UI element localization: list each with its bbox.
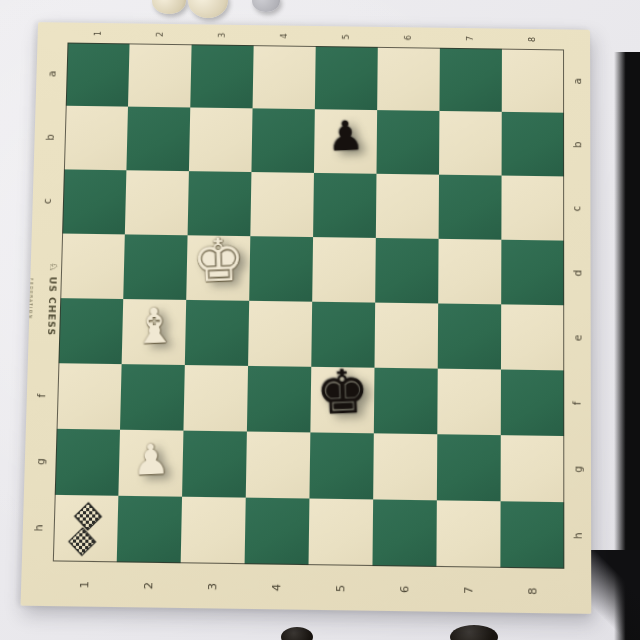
top-label-rank-3: 3 (192, 24, 254, 45)
board-border-corner (21, 561, 53, 606)
square-d2[interactable] (123, 234, 187, 300)
bottom-label-rank-5: 5 (308, 565, 373, 611)
square-a1[interactable] (66, 43, 130, 107)
board-border-corner (37, 22, 68, 42)
board-grid: 12345678aab♟bcc♚d♝ef♚fg♟ghh12345678 (21, 22, 592, 614)
square-a8[interactable] (502, 49, 564, 113)
top-label-rank-2: 2 (130, 23, 192, 44)
square-d5[interactable] (312, 237, 376, 303)
square-f3[interactable] (183, 365, 248, 431)
right-label-file-a: a (564, 49, 590, 113)
square-f8[interactable] (501, 370, 564, 437)
square-b5[interactable]: ♟ (314, 109, 377, 174)
square-g8[interactable] (501, 435, 565, 502)
square-g5[interactable] (309, 432, 373, 499)
square-e4[interactable] (248, 301, 312, 367)
square-g6[interactable] (373, 433, 437, 500)
square-f1[interactable] (57, 363, 122, 429)
square-c6[interactable] (376, 174, 439, 239)
square-h5[interactable] (309, 499, 374, 567)
bottom-label-rank-2: 2 (116, 562, 181, 608)
top-label-rank-7: 7 (440, 28, 502, 49)
double-diamond-logo (66, 501, 105, 556)
square-e7[interactable] (438, 303, 501, 369)
square-b8[interactable] (502, 112, 565, 177)
top-label-rank-5: 5 (316, 26, 378, 47)
right-label-file-g: g (564, 436, 591, 503)
board-border-corner (564, 569, 591, 614)
right-label-file-f: f (564, 370, 591, 436)
square-g3[interactable] (182, 431, 247, 498)
left-label-file-a: a (36, 42, 68, 106)
white-king-d3[interactable]: ♚ (187, 259, 250, 261)
square-b6[interactable] (376, 110, 439, 175)
square-e1[interactable] (58, 298, 123, 364)
bottom-label-rank-6: 6 (372, 566, 436, 612)
square-f2[interactable] (120, 364, 185, 430)
square-g2[interactable]: ♟ (118, 430, 183, 497)
square-f6[interactable] (374, 368, 438, 435)
board-border-corner (564, 29, 590, 49)
square-d1[interactable] (60, 234, 125, 300)
square-a2[interactable] (128, 43, 192, 107)
square-f5[interactable]: ♚ (310, 367, 374, 434)
square-b7[interactable] (439, 111, 502, 176)
right-label-file-b: b (564, 113, 590, 177)
square-f7[interactable] (437, 369, 501, 436)
square-a4[interactable] (253, 45, 316, 109)
right-label-file-d: d (564, 241, 590, 306)
top-label-rank-6: 6 (378, 27, 440, 48)
square-h8[interactable] (500, 501, 564, 569)
square-g1[interactable] (55, 429, 120, 496)
square-b3[interactable] (189, 107, 253, 172)
square-c4[interactable] (250, 172, 314, 237)
square-h3[interactable] (181, 497, 246, 565)
left-label-file-c: c (32, 169, 64, 234)
square-d8[interactable] (501, 240, 564, 306)
square-b1[interactable] (64, 106, 128, 171)
square-c8[interactable] (501, 176, 564, 241)
square-e6[interactable] (374, 303, 438, 369)
right-label-file-c: c (564, 176, 590, 241)
square-b4[interactable] (251, 108, 314, 173)
square-e3[interactable] (185, 300, 249, 366)
square-e8[interactable] (501, 304, 564, 370)
square-h1[interactable] (53, 495, 119, 562)
square-h6[interactable] (372, 499, 436, 567)
square-h2[interactable] (117, 496, 182, 563)
square-e2[interactable]: ♝ (122, 299, 187, 365)
white-bishop-e2[interactable]: ♝ (123, 325, 186, 327)
square-c7[interactable] (439, 175, 502, 240)
left-label-file-h: h (22, 494, 55, 561)
right-label-file-h: h (564, 502, 591, 569)
square-d7[interactable] (438, 239, 501, 305)
left-label-file-f: f (26, 363, 59, 429)
square-h4[interactable] (245, 498, 310, 566)
square-a6[interactable] (377, 47, 440, 111)
top-label-rank-4: 4 (254, 25, 316, 46)
corner-logo-cell (53, 495, 119, 562)
square-d6[interactable] (375, 238, 438, 304)
left-label-file-g: g (24, 428, 57, 495)
top-label-rank-8: 8 (502, 29, 564, 50)
left-label-file-e (28, 298, 60, 364)
right-label-file-e: e (564, 305, 591, 371)
black-king-f5[interactable]: ♚ (311, 390, 374, 392)
square-b2[interactable] (126, 107, 190, 172)
bottom-label-rank-1: 1 (52, 561, 117, 607)
chess-board: 12345678aab♟bcc♚d♝ef♚fg♟ghh12345678 ♘ US… (21, 22, 592, 614)
square-a3[interactable] (190, 44, 253, 108)
white-pawn-g2[interactable]: ♟ (119, 458, 183, 460)
black-pawn-b5[interactable]: ♟ (315, 134, 377, 136)
square-c1[interactable] (62, 169, 126, 234)
bottom-label-rank-8: 8 (500, 568, 564, 614)
top-label-rank-1: 1 (68, 23, 131, 44)
square-d3[interactable]: ♚ (186, 235, 250, 301)
square-a7[interactable] (439, 48, 502, 112)
square-f4[interactable] (247, 366, 311, 433)
square-h7[interactable] (436, 500, 500, 568)
square-g4[interactable] (246, 432, 311, 499)
left-label-file-b: b (34, 105, 66, 169)
square-d4[interactable] (249, 236, 313, 302)
bottom-label-rank-7: 7 (436, 567, 500, 613)
square-g7[interactable] (437, 434, 501, 501)
square-c5[interactable] (313, 173, 376, 238)
square-c2[interactable] (125, 170, 189, 235)
left-label-file-d (30, 233, 62, 298)
bottom-label-rank-4: 4 (244, 564, 309, 610)
bottom-label-rank-3: 3 (180, 563, 245, 609)
captured-black-piece (281, 627, 313, 640)
square-a5[interactable] (315, 46, 378, 110)
